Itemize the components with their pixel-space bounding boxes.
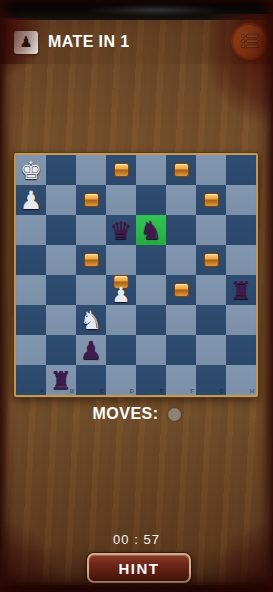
hint-button[interactable]: HINT bbox=[87, 553, 191, 583]
square-f7[interactable] bbox=[166, 185, 196, 215]
square-g1[interactable]: G bbox=[196, 365, 226, 395]
white-king[interactable]: ♚ bbox=[20, 158, 42, 183]
menu-button[interactable] bbox=[233, 25, 266, 58]
square-e6[interactable]: ♞ bbox=[136, 215, 166, 245]
move-indicator-icon bbox=[175, 164, 188, 176]
square-a1[interactable]: A bbox=[16, 365, 46, 395]
square-c3[interactable]: ♞ bbox=[76, 305, 106, 335]
square-f6[interactable] bbox=[166, 215, 196, 245]
square-f3[interactable] bbox=[166, 305, 196, 335]
square-a6[interactable] bbox=[16, 215, 46, 245]
file-label: B bbox=[70, 388, 74, 394]
square-a4[interactable] bbox=[16, 275, 46, 305]
square-d8[interactable] bbox=[106, 155, 136, 185]
square-h8[interactable] bbox=[226, 155, 256, 185]
square-a2[interactable] bbox=[16, 335, 46, 365]
square-d7[interactable] bbox=[106, 185, 136, 215]
square-a8[interactable]: ♚ bbox=[16, 155, 46, 185]
file-label: F bbox=[190, 388, 194, 394]
square-h1[interactable]: H bbox=[226, 365, 256, 395]
move-indicator-icon bbox=[85, 194, 98, 206]
file-label: A bbox=[40, 388, 44, 394]
square-f2[interactable] bbox=[166, 335, 196, 365]
square-h2[interactable] bbox=[226, 335, 256, 365]
board-frame: ♚♟♛♞♟♜♞♟A♜BCDEFGH bbox=[14, 153, 258, 397]
square-f5[interactable] bbox=[166, 245, 196, 275]
square-c1[interactable]: C bbox=[76, 365, 106, 395]
file-label: H bbox=[250, 388, 254, 394]
move-indicator-icon bbox=[85, 254, 98, 266]
file-label: G bbox=[219, 388, 224, 394]
square-e3[interactable] bbox=[136, 305, 166, 335]
white-pawn[interactable]: ♟ bbox=[20, 188, 42, 213]
square-g5[interactable] bbox=[196, 245, 226, 275]
status-bar bbox=[0, 0, 273, 20]
square-b1[interactable]: ♜B bbox=[46, 365, 76, 395]
move-counter-dot bbox=[168, 408, 181, 421]
square-e1[interactable]: E bbox=[136, 365, 166, 395]
square-h5[interactable] bbox=[226, 245, 256, 275]
square-e8[interactable] bbox=[136, 155, 166, 185]
move-indicator-icon bbox=[205, 194, 218, 206]
square-h6[interactable] bbox=[226, 215, 256, 245]
pawn-icon-glyph: ♟ bbox=[19, 35, 32, 50]
moves-row: MOVES: bbox=[0, 402, 273, 426]
move-indicator-icon bbox=[175, 284, 188, 296]
square-c2[interactable]: ♟ bbox=[76, 335, 106, 365]
header-bar: ♟ MATE IN 1 bbox=[0, 20, 273, 64]
square-b2[interactable] bbox=[46, 335, 76, 365]
square-a5[interactable] bbox=[16, 245, 46, 275]
black-knight[interactable]: ♞ bbox=[140, 218, 162, 243]
square-a7[interactable]: ♟ bbox=[16, 185, 46, 215]
square-g6[interactable] bbox=[196, 215, 226, 245]
square-d2[interactable] bbox=[106, 335, 136, 365]
square-e5[interactable] bbox=[136, 245, 166, 275]
square-b3[interactable] bbox=[46, 305, 76, 335]
timer: 00 : 57 bbox=[0, 532, 273, 547]
black-pawn[interactable]: ♟ bbox=[80, 338, 102, 363]
square-b7[interactable] bbox=[46, 185, 76, 215]
square-g2[interactable] bbox=[196, 335, 226, 365]
square-c6[interactable] bbox=[76, 215, 106, 245]
white-knight[interactable]: ♞ bbox=[80, 308, 102, 333]
square-c4[interactable] bbox=[76, 275, 106, 305]
app-screen: ♟ MATE IN 1 ♚♟♛♞♟♜♞♟A♜BCDEFGH MOVES: 00 … bbox=[0, 0, 273, 592]
square-e4[interactable] bbox=[136, 275, 166, 305]
square-f4[interactable] bbox=[166, 275, 196, 305]
status-bar-smoke bbox=[90, 4, 220, 16]
page-title: MATE IN 1 bbox=[48, 33, 130, 51]
square-g3[interactable] bbox=[196, 305, 226, 335]
square-d1[interactable]: D bbox=[106, 365, 136, 395]
square-b8[interactable] bbox=[46, 155, 76, 185]
square-c8[interactable] bbox=[76, 155, 106, 185]
square-a3[interactable] bbox=[16, 305, 46, 335]
square-b4[interactable] bbox=[46, 275, 76, 305]
list-menu-icon bbox=[241, 34, 259, 49]
move-indicator-icon bbox=[205, 254, 218, 266]
square-h3[interactable] bbox=[226, 305, 256, 335]
file-label: D bbox=[130, 388, 134, 394]
square-d3[interactable] bbox=[106, 305, 136, 335]
square-b5[interactable] bbox=[46, 245, 76, 275]
square-e2[interactable] bbox=[136, 335, 166, 365]
square-b6[interactable] bbox=[46, 215, 76, 245]
square-d4[interactable]: ♟ bbox=[106, 275, 136, 305]
square-f8[interactable] bbox=[166, 155, 196, 185]
square-g4[interactable] bbox=[196, 275, 226, 305]
pawn-icon: ♟ bbox=[14, 31, 38, 54]
move-indicator-icon bbox=[115, 164, 128, 176]
square-d5[interactable] bbox=[106, 245, 136, 275]
square-g7[interactable] bbox=[196, 185, 226, 215]
file-label: E bbox=[160, 388, 164, 394]
square-f1[interactable]: F bbox=[166, 365, 196, 395]
bottom-frame-strip bbox=[0, 585, 273, 592]
square-d6[interactable]: ♛ bbox=[106, 215, 136, 245]
file-label: C bbox=[100, 388, 104, 394]
square-h4[interactable]: ♜ bbox=[226, 275, 256, 305]
square-h7[interactable] bbox=[226, 185, 256, 215]
square-c5[interactable] bbox=[76, 245, 106, 275]
black-rook[interactable]: ♜ bbox=[230, 278, 252, 303]
chess-board: ♚♟♛♞♟♜♞♟A♜BCDEFGH bbox=[16, 155, 256, 395]
moves-label: MOVES: bbox=[92, 405, 158, 423]
square-e7[interactable] bbox=[136, 185, 166, 215]
white-pawn[interactable]: ♟ bbox=[112, 285, 131, 306]
black-queen[interactable]: ♛ bbox=[110, 218, 132, 243]
square-c7[interactable] bbox=[76, 185, 106, 215]
square-g8[interactable] bbox=[196, 155, 226, 185]
